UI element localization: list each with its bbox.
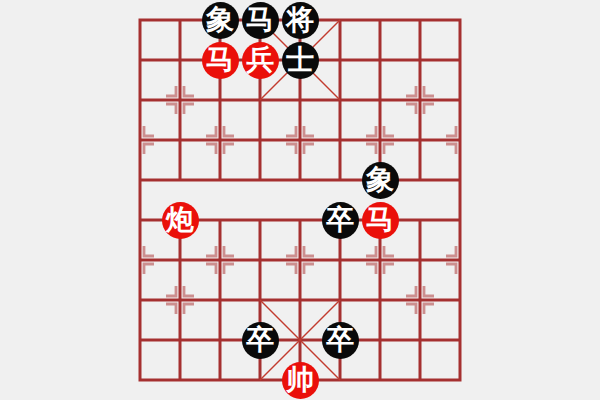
piece-black-soldier[interactable]: 卒	[322, 322, 359, 359]
piece-red-horse[interactable]: 马	[202, 42, 239, 79]
piece-black-elephant[interactable]: 象	[202, 2, 239, 39]
piece-red-cannon[interactable]: 炮	[162, 202, 199, 239]
piece-black-soldier[interactable]: 卒	[322, 202, 359, 239]
piece-red-soldier[interactable]: 兵	[242, 42, 279, 79]
piece-black-elephant[interactable]: 象	[362, 162, 399, 199]
piece-red-general[interactable]: 帅	[282, 362, 319, 399]
piece-black-advisor[interactable]: 士	[282, 42, 319, 79]
xiangqi-diagram: 象马将马兵士象炮卒马卒卒帅	[0, 0, 600, 400]
piece-black-general[interactable]: 将	[282, 2, 319, 39]
piece-black-soldier[interactable]: 卒	[242, 322, 279, 359]
piece-black-horse[interactable]: 马	[242, 2, 279, 39]
piece-red-horse[interactable]: 马	[362, 202, 399, 239]
board-grid: 象马将马兵士象炮卒马卒卒帅	[120, 0, 480, 400]
